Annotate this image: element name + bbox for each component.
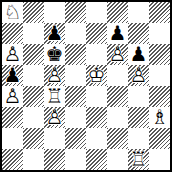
black-piece-body: ♟ (128, 44, 149, 65)
piece-white-pawn: ♟♙ (2, 86, 23, 107)
square-d6[interactable] (65, 44, 86, 65)
square-h3[interactable]: ♝♗ (149, 107, 170, 128)
square-c1[interactable] (44, 149, 65, 170)
piece-white-bishop: ♝♗ (149, 107, 170, 128)
square-b7[interactable] (23, 23, 44, 44)
piece-white-king: ♚♔ (86, 65, 107, 86)
square-f5[interactable] (107, 65, 128, 86)
white-piece-body: ♟ (2, 86, 23, 107)
board-grid: ♞♘♟♟♟♙♚♟♙♟♟♟♙♚♔♟♙♟♙♜♖♟♙♝♗♜♖ (2, 2, 170, 170)
white-piece-outline: ♔ (86, 65, 107, 86)
square-f6[interactable]: ♟♙ (107, 44, 128, 65)
square-g3[interactable] (128, 107, 149, 128)
square-a6[interactable]: ♟♙ (2, 44, 23, 65)
square-d7[interactable] (65, 23, 86, 44)
square-h7[interactable] (149, 23, 170, 44)
white-piece-body: ♞ (2, 2, 23, 23)
square-c2[interactable] (44, 128, 65, 149)
square-f1[interactable] (107, 149, 128, 170)
square-h5[interactable] (149, 65, 170, 86)
square-b2[interactable] (23, 128, 44, 149)
square-c4[interactable]: ♜♖ (44, 86, 65, 107)
square-e7[interactable] (86, 23, 107, 44)
square-e3[interactable] (86, 107, 107, 128)
square-f4[interactable] (107, 86, 128, 107)
square-a2[interactable] (2, 128, 23, 149)
square-b3[interactable] (23, 107, 44, 128)
square-d2[interactable] (65, 128, 86, 149)
square-g7[interactable] (128, 23, 149, 44)
square-a8[interactable]: ♞♘ (2, 2, 23, 23)
square-g2[interactable] (128, 128, 149, 149)
piece-white-pawn: ♟♙ (107, 44, 128, 65)
piece-white-pawn: ♟♙ (44, 107, 65, 128)
piece-white-pawn: ♟♙ (44, 65, 65, 86)
piece-white-rook: ♜♖ (128, 149, 149, 170)
white-piece-outline: ♖ (128, 149, 149, 170)
white-piece-outline: ♙ (44, 107, 65, 128)
piece-black-king: ♚ (44, 44, 65, 65)
square-b6[interactable] (23, 44, 44, 65)
piece-black-pawn: ♟ (2, 65, 23, 86)
square-f2[interactable] (107, 128, 128, 149)
white-piece-outline: ♙ (44, 65, 65, 86)
white-piece-outline: ♖ (44, 86, 65, 107)
white-piece-outline: ♙ (128, 65, 149, 86)
square-e2[interactable] (86, 128, 107, 149)
square-f8[interactable] (107, 2, 128, 23)
black-piece-body: ♟ (107, 23, 128, 44)
square-d4[interactable] (65, 86, 86, 107)
square-c5[interactable]: ♟♙ (44, 65, 65, 86)
piece-white-rook: ♜♖ (44, 86, 65, 107)
square-d5[interactable] (65, 65, 86, 86)
white-piece-outline: ♘ (2, 2, 23, 23)
black-piece-body: ♚ (44, 44, 65, 65)
square-g4[interactable] (128, 86, 149, 107)
white-piece-body: ♚ (86, 65, 107, 86)
square-h8[interactable] (149, 2, 170, 23)
square-b8[interactable] (23, 2, 44, 23)
square-c3[interactable]: ♟♙ (44, 107, 65, 128)
white-piece-body: ♟ (107, 44, 128, 65)
square-e5[interactable]: ♚♔ (86, 65, 107, 86)
square-a4[interactable]: ♟♙ (2, 86, 23, 107)
square-b1[interactable] (23, 149, 44, 170)
square-h2[interactable] (149, 128, 170, 149)
square-c7[interactable]: ♟ (44, 23, 65, 44)
chess-board: ♞♘♟♟♟♙♚♟♙♟♟♟♙♚♔♟♙♟♙♜♖♟♙♝♗♜♖ (0, 0, 172, 172)
white-piece-body: ♟ (44, 65, 65, 86)
square-b5[interactable] (23, 65, 44, 86)
square-f7[interactable]: ♟ (107, 23, 128, 44)
square-e6[interactable] (86, 44, 107, 65)
square-h1[interactable] (149, 149, 170, 170)
white-piece-body: ♜ (128, 149, 149, 170)
piece-black-pawn: ♟ (44, 23, 65, 44)
square-d8[interactable] (65, 2, 86, 23)
piece-white-pawn: ♟♙ (2, 44, 23, 65)
white-piece-body: ♟ (44, 107, 65, 128)
square-e4[interactable] (86, 86, 107, 107)
square-g8[interactable] (128, 2, 149, 23)
square-h4[interactable] (149, 86, 170, 107)
square-g6[interactable]: ♟ (128, 44, 149, 65)
white-piece-outline: ♙ (107, 44, 128, 65)
square-a3[interactable] (2, 107, 23, 128)
square-g1[interactable]: ♜♖ (128, 149, 149, 170)
square-f3[interactable] (107, 107, 128, 128)
square-h6[interactable] (149, 44, 170, 65)
white-piece-outline: ♙ (2, 44, 23, 65)
piece-black-pawn: ♟ (128, 44, 149, 65)
square-c8[interactable] (44, 2, 65, 23)
square-d3[interactable] (65, 107, 86, 128)
piece-white-knight: ♞♘ (2, 2, 23, 23)
white-piece-body: ♜ (44, 86, 65, 107)
white-piece-outline: ♗ (149, 107, 170, 128)
square-g5[interactable]: ♟♙ (128, 65, 149, 86)
white-piece-body: ♝ (149, 107, 170, 128)
square-a5[interactable]: ♟ (2, 65, 23, 86)
square-e8[interactable] (86, 2, 107, 23)
square-a1[interactable] (2, 149, 23, 170)
square-b4[interactable] (23, 86, 44, 107)
square-c6[interactable]: ♚ (44, 44, 65, 65)
square-a7[interactable] (2, 23, 23, 44)
square-e1[interactable] (86, 149, 107, 170)
piece-white-pawn: ♟♙ (128, 65, 149, 86)
square-d1[interactable] (65, 149, 86, 170)
white-piece-body: ♟ (128, 65, 149, 86)
white-piece-body: ♟ (2, 44, 23, 65)
piece-black-pawn: ♟ (107, 23, 128, 44)
white-piece-outline: ♙ (2, 86, 23, 107)
black-piece-body: ♟ (2, 65, 23, 86)
black-piece-body: ♟ (44, 23, 65, 44)
